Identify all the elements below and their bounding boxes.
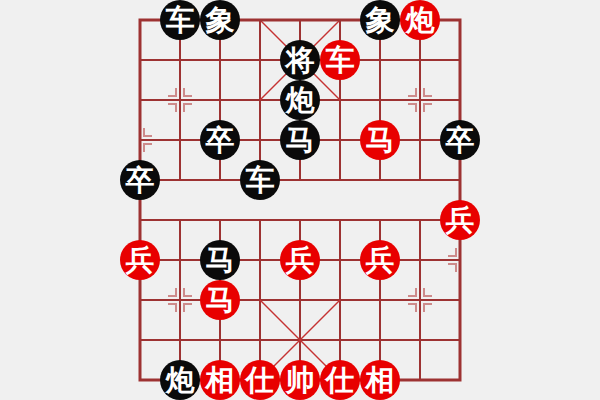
black-cannon-piece[interactable]: 炮: [160, 360, 200, 400]
red-general-piece[interactable]: 帅: [280, 360, 320, 400]
black-elephant-piece[interactable]: 象: [200, 0, 240, 40]
red-pawn-piece[interactable]: 兵: [360, 240, 400, 280]
red-pawn-piece[interactable]: 兵: [120, 240, 160, 280]
black-chariot-piece[interactable]: 车: [160, 0, 200, 40]
red-elephant-piece[interactable]: 相: [360, 360, 400, 400]
red-horse-piece[interactable]: 马: [200, 280, 240, 320]
red-chariot-piece[interactable]: 车: [320, 40, 360, 80]
black-general-piece[interactable]: 将: [280, 40, 320, 80]
red-advisor-piece[interactable]: 仕: [240, 360, 280, 400]
black-elephant-piece[interactable]: 象: [360, 0, 400, 40]
red-pawn-piece[interactable]: 兵: [280, 240, 320, 280]
black-pawn-piece[interactable]: 卒: [440, 120, 480, 160]
black-horse-piece[interactable]: 马: [200, 240, 240, 280]
xiangqi-screen: 车象象炮将车炮卒马马卒卒车兵兵马兵兵马炮相仕帅仕相: [0, 0, 600, 400]
black-pawn-piece[interactable]: 卒: [120, 160, 160, 200]
red-advisor-piece[interactable]: 仕: [320, 360, 360, 400]
red-horse-piece[interactable]: 马: [360, 120, 400, 160]
red-elephant-piece[interactable]: 相: [200, 360, 240, 400]
black-chariot-piece[interactable]: 车: [240, 160, 280, 200]
black-pawn-piece[interactable]: 卒: [200, 120, 240, 160]
black-cannon-piece[interactable]: 炮: [280, 80, 320, 120]
black-horse-piece[interactable]: 马: [280, 120, 320, 160]
red-pawn-piece[interactable]: 兵: [440, 200, 480, 240]
board-grid[interactable]: 车象象炮将车炮卒马马卒卒车兵兵马兵兵马炮相仕帅仕相: [120, 0, 480, 400]
red-cannon-piece[interactable]: 炮: [400, 0, 440, 40]
